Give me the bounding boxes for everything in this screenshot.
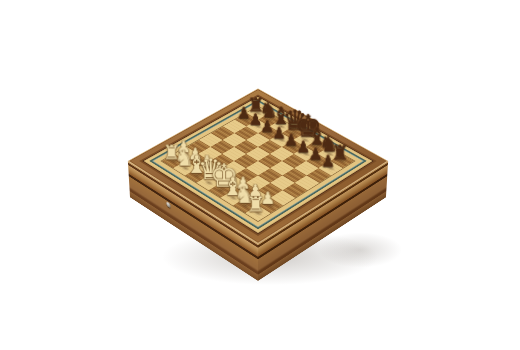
piece-shadow (311, 143, 325, 151)
piece-shadow (298, 136, 312, 144)
piece-shadow (251, 193, 265, 202)
piece-shadow (335, 157, 349, 165)
square-g5 (282, 168, 306, 183)
piece-black-rook: ♜ (331, 142, 348, 162)
drawer-knob-icon (166, 201, 170, 208)
chess-box: ♜♞♝♛♚♝♞♜♟♟♟♟♟♟♟♟♟♟♟♟♟♟♟♟♜♞♝♛♚♝♞♜ (128, 89, 388, 244)
square-d2: ♟ (209, 168, 233, 183)
piece-shadow (226, 193, 240, 202)
piece-shadow (203, 164, 217, 172)
square-c1: ♝ (185, 168, 209, 183)
piece-shadow (311, 157, 325, 165)
piece-shadow (275, 136, 288, 144)
square-h7: ♟ (318, 161, 342, 175)
piece-shadow (179, 164, 193, 172)
piece-shadow (239, 186, 253, 195)
piece-shadow (324, 164, 338, 172)
square-b1: ♞ (173, 161, 197, 175)
piece-black-knight: ♞ (319, 133, 336, 155)
piece-shadow (191, 157, 205, 165)
piece-shadow (180, 150, 193, 158)
square-h1: ♜ (245, 205, 270, 221)
piece-shadow (251, 209, 265, 218)
piece-shadow (287, 143, 301, 151)
piece-shadow (167, 157, 181, 165)
piece-shadow (263, 201, 277, 210)
square-f3 (246, 175, 270, 190)
square-c6 (246, 133, 270, 147)
square-a5 (211, 126, 234, 140)
piece-shadow (214, 186, 228, 195)
product-photo: ♜♞♝♛♚♝♞♜♟♟♟♟♟♟♟♟♟♟♟♟♟♟♟♟♜♞♝♛♚♝♞♜ (0, 0, 520, 350)
